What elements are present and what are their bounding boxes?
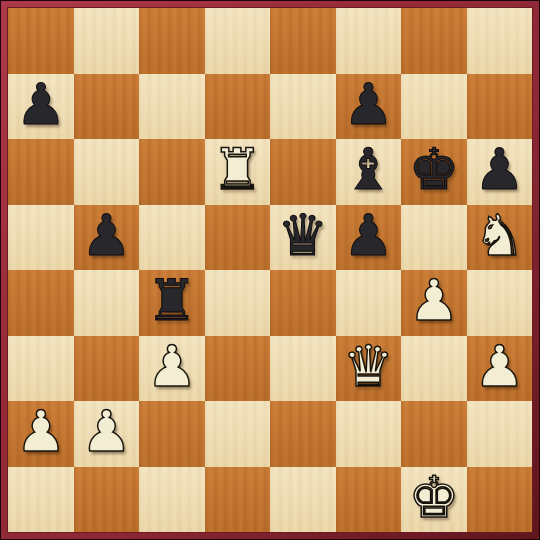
square-f5[interactable]: ♟ bbox=[336, 205, 402, 271]
square-e1[interactable] bbox=[270, 467, 336, 533]
square-b4[interactable] bbox=[74, 270, 140, 336]
piece-white-queen-f3[interactable]: ♛ bbox=[343, 338, 394, 395]
piece-black-pawn-a7[interactable]: ♟ bbox=[15, 76, 66, 133]
piece-white-knight-h5[interactable]: ♞ bbox=[474, 207, 525, 264]
square-c7[interactable] bbox=[139, 74, 205, 140]
square-g6[interactable]: ♚ bbox=[401, 139, 467, 205]
square-c2[interactable] bbox=[139, 401, 205, 467]
piece-black-queen-e5[interactable]: ♛ bbox=[277, 207, 328, 264]
square-a7[interactable]: ♟ bbox=[8, 74, 74, 140]
square-d5[interactable] bbox=[205, 205, 271, 271]
square-d4[interactable] bbox=[205, 270, 271, 336]
square-g2[interactable] bbox=[401, 401, 467, 467]
square-h2[interactable] bbox=[467, 401, 533, 467]
square-g1[interactable]: ♚ bbox=[401, 467, 467, 533]
piece-white-pawn-g4[interactable]: ♟ bbox=[408, 272, 459, 329]
piece-black-pawn-b5[interactable]: ♟ bbox=[81, 207, 132, 264]
square-e7[interactable] bbox=[270, 74, 336, 140]
square-f6[interactable]: ♝ bbox=[336, 139, 402, 205]
square-d8[interactable] bbox=[205, 8, 271, 74]
chess-board: ♟♟♜♝♚♟♟♛♟♞♜♟♟♛♟♟♟♚ bbox=[8, 8, 532, 532]
square-h3[interactable]: ♟ bbox=[467, 336, 533, 402]
piece-white-pawn-c3[interactable]: ♟ bbox=[146, 338, 197, 395]
square-h8[interactable] bbox=[467, 8, 533, 74]
square-h5[interactable]: ♞ bbox=[467, 205, 533, 271]
piece-white-pawn-h3[interactable]: ♟ bbox=[474, 338, 525, 395]
square-b5[interactable]: ♟ bbox=[74, 205, 140, 271]
square-d7[interactable] bbox=[205, 74, 271, 140]
square-b8[interactable] bbox=[74, 8, 140, 74]
square-a6[interactable] bbox=[8, 139, 74, 205]
piece-black-king-g6[interactable]: ♚ bbox=[408, 141, 459, 198]
square-e6[interactable] bbox=[270, 139, 336, 205]
square-a3[interactable] bbox=[8, 336, 74, 402]
square-d3[interactable] bbox=[205, 336, 271, 402]
square-g3[interactable] bbox=[401, 336, 467, 402]
square-c3[interactable]: ♟ bbox=[139, 336, 205, 402]
square-b7[interactable] bbox=[74, 74, 140, 140]
square-a2[interactable]: ♟ bbox=[8, 401, 74, 467]
square-f3[interactable]: ♛ bbox=[336, 336, 402, 402]
piece-white-king-g1[interactable]: ♚ bbox=[408, 469, 459, 526]
square-f2[interactable] bbox=[336, 401, 402, 467]
square-e3[interactable] bbox=[270, 336, 336, 402]
square-d6[interactable]: ♜ bbox=[205, 139, 271, 205]
square-c5[interactable] bbox=[139, 205, 205, 271]
square-f7[interactable]: ♟ bbox=[336, 74, 402, 140]
piece-black-pawn-h6[interactable]: ♟ bbox=[474, 141, 525, 198]
square-g8[interactable] bbox=[401, 8, 467, 74]
square-b1[interactable] bbox=[74, 467, 140, 533]
square-e5[interactable]: ♛ bbox=[270, 205, 336, 271]
square-a5[interactable] bbox=[8, 205, 74, 271]
piece-white-pawn-b2[interactable]: ♟ bbox=[81, 403, 132, 460]
square-a1[interactable] bbox=[8, 467, 74, 533]
piece-black-rook-c4[interactable]: ♜ bbox=[146, 272, 197, 329]
square-e2[interactable] bbox=[270, 401, 336, 467]
square-h6[interactable]: ♟ bbox=[467, 139, 533, 205]
square-g4[interactable]: ♟ bbox=[401, 270, 467, 336]
square-d2[interactable] bbox=[205, 401, 271, 467]
piece-black-pawn-f7[interactable]: ♟ bbox=[343, 76, 394, 133]
piece-white-rook-d6[interactable]: ♜ bbox=[212, 141, 263, 198]
square-c4[interactable]: ♜ bbox=[139, 270, 205, 336]
square-c1[interactable] bbox=[139, 467, 205, 533]
square-d1[interactable] bbox=[205, 467, 271, 533]
square-g7[interactable] bbox=[401, 74, 467, 140]
square-c6[interactable] bbox=[139, 139, 205, 205]
square-b3[interactable] bbox=[74, 336, 140, 402]
square-a8[interactable] bbox=[8, 8, 74, 74]
square-h1[interactable] bbox=[467, 467, 533, 533]
square-e8[interactable] bbox=[270, 8, 336, 74]
board-frame: ♟♟♜♝♚♟♟♛♟♞♜♟♟♛♟♟♟♚ bbox=[0, 0, 540, 540]
piece-black-pawn-f5[interactable]: ♟ bbox=[343, 207, 394, 264]
board-frame-inner-line: ♟♟♜♝♚♟♟♛♟♞♜♟♟♛♟♟♟♚ bbox=[7, 7, 533, 533]
square-f1[interactable] bbox=[336, 467, 402, 533]
square-c8[interactable] bbox=[139, 8, 205, 74]
square-f8[interactable] bbox=[336, 8, 402, 74]
square-h7[interactable] bbox=[467, 74, 533, 140]
square-b2[interactable]: ♟ bbox=[74, 401, 140, 467]
piece-white-pawn-a2[interactable]: ♟ bbox=[15, 403, 66, 460]
square-e4[interactable] bbox=[270, 270, 336, 336]
square-g5[interactable] bbox=[401, 205, 467, 271]
piece-black-bishop-f6[interactable]: ♝ bbox=[343, 141, 394, 198]
square-b6[interactable] bbox=[74, 139, 140, 205]
square-a4[interactable] bbox=[8, 270, 74, 336]
square-f4[interactable] bbox=[336, 270, 402, 336]
square-h4[interactable] bbox=[467, 270, 533, 336]
